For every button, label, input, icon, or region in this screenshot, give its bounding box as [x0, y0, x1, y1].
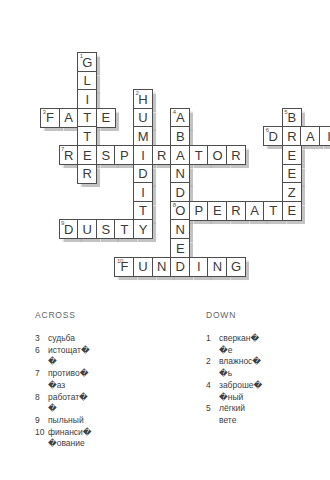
cell-clue-number: 10	[117, 258, 123, 265]
cell-letter: I	[320, 127, 330, 145]
cell-letter: E	[283, 202, 301, 220]
cell-clue-number: 5	[284, 109, 287, 116]
grid-cell-3-0[interactable]: 3F	[40, 108, 60, 128]
grid-cell-4-15[interactable]: I	[319, 126, 330, 146]
grid-cell-6-13[interactable]: E	[282, 164, 302, 184]
cell-clue-number: 6	[266, 127, 269, 134]
cell-letter: D	[134, 165, 152, 183]
grid-cell-10-7[interactable]: E	[170, 238, 190, 258]
grid-cell-8-12[interactable]: T	[263, 201, 283, 221]
cell-letter: N	[153, 258, 171, 276]
grid-cell-6-7[interactable]: N	[170, 164, 190, 184]
cell-clue-number: 9	[61, 220, 64, 227]
cell-letter: S	[97, 220, 115, 238]
grid-cell-9-2[interactable]: U	[77, 219, 97, 239]
cell-letter: E	[283, 165, 301, 183]
cell-letter: I	[190, 258, 208, 276]
clue-text: истощат��	[48, 345, 165, 368]
across-clues-section: ACROSS 3судьба6истощат��7противо��аз8раб…	[35, 310, 165, 450]
grid-cell-6-2[interactable]: R	[77, 164, 97, 184]
grid-cell-11-6[interactable]: N	[152, 257, 172, 277]
clue-text: лёгкийвете	[219, 403, 324, 426]
grid-cell-9-7[interactable]: N	[170, 219, 190, 239]
cell-clue-number: 7	[61, 146, 64, 153]
grid-cell-3-7[interactable]: 4A	[170, 108, 190, 128]
clue-number: 5	[206, 403, 219, 426]
cell-letter: O	[208, 146, 226, 164]
grid-cell-5-5[interactable]: I	[133, 145, 153, 165]
cell-letter: A	[171, 146, 189, 164]
cell-letter: B	[171, 127, 189, 145]
cell-letter: M	[134, 127, 152, 145]
grid-cell-4-5[interactable]: M	[133, 126, 153, 146]
cell-letter: T	[78, 127, 96, 145]
clue-text: противо��аз	[48, 368, 165, 391]
clue-text: судьба	[48, 333, 165, 345]
cell-letter: I	[78, 90, 96, 108]
grid-cell-11-8[interactable]: I	[189, 257, 209, 277]
grid-cell-8-5[interactable]: T	[133, 201, 153, 221]
grid-cell-11-5[interactable]: U	[133, 257, 153, 277]
grid-cell-4-13[interactable]: R	[282, 126, 302, 146]
grid-cell-4-7[interactable]: B	[170, 126, 190, 146]
grid-cell-8-8[interactable]: P	[189, 201, 209, 221]
cell-letter: N	[208, 258, 226, 276]
cell-letter: A	[60, 109, 78, 127]
grid-cell-11-10[interactable]: G	[226, 257, 246, 277]
clue-number: 9	[35, 415, 48, 427]
cell-letter: T	[134, 202, 152, 220]
clue-item: 10финанси��ование	[35, 427, 165, 450]
clue-text: финанси��ование	[48, 427, 165, 450]
cell-letter: E	[208, 202, 226, 220]
cell-letter: I	[134, 183, 152, 201]
cell-letter: U	[78, 220, 96, 238]
clue-item: 9пыльный	[35, 415, 165, 427]
grid-cell-0-2[interactable]: 1G	[77, 52, 97, 72]
crossword-page: 1GLI2H3FATEU4A5BTMB6DRAIN7RESPIRATORERDN…	[0, 0, 330, 480]
grid-cell-3-2[interactable]: T	[77, 108, 97, 128]
cell-letter: N	[171, 165, 189, 183]
clue-item: 7противо��аз	[35, 368, 165, 391]
grid-cell-2-2[interactable]: I	[77, 89, 97, 109]
cell-letter: E	[97, 109, 115, 127]
across-clue-list: 3судьба6истощат��7противо��аз8работат��9…	[35, 333, 165, 450]
across-heading: ACROSS	[35, 310, 165, 320]
cell-letter: R	[78, 165, 96, 183]
grid-cell-5-10[interactable]: R	[226, 145, 246, 165]
clue-item: 5лёгкийвете	[206, 403, 324, 426]
clue-text: сверкан��е	[219, 333, 324, 356]
grid-cell-5-4[interactable]: P	[114, 145, 134, 165]
cell-letter: R	[153, 146, 171, 164]
cell-letter: U	[134, 109, 152, 127]
cell-clue-number: 8	[173, 202, 176, 209]
cell-letter: D	[171, 258, 189, 276]
grid-cell-5-3[interactable]: S	[96, 145, 116, 165]
cell-letter: D	[171, 183, 189, 201]
cell-letter: R	[227, 146, 245, 164]
cell-clue-number: 2	[136, 90, 139, 97]
grid-cell-7-13[interactable]: Z	[282, 182, 302, 202]
cell-letter: R	[227, 202, 245, 220]
clue-item: 3судьба	[35, 333, 165, 345]
cell-letter: Z	[283, 183, 301, 201]
grid-cell-9-3[interactable]: S	[96, 219, 116, 239]
clue-text: заброше��ный	[219, 380, 324, 403]
grid-cell-5-6[interactable]: R	[152, 145, 172, 165]
grid-cell-5-8[interactable]: T	[189, 145, 209, 165]
grid-cell-8-9[interactable]: E	[207, 201, 227, 221]
grid-cell-2-5[interactable]: 2H	[133, 89, 153, 109]
clue-number: 1	[206, 333, 219, 356]
grid-cell-4-12[interactable]: 6D	[263, 126, 283, 146]
grid-cell-7-7[interactable]: D	[170, 182, 190, 202]
cell-letter: G	[227, 258, 245, 276]
grid-cell-11-4[interactable]: 10F	[114, 257, 134, 277]
clue-number: 6	[35, 345, 48, 368]
clue-text: пыльный	[48, 415, 165, 427]
clue-number: 8	[35, 392, 48, 415]
cell-clue-number: 4	[173, 109, 176, 116]
cell-letter: E	[78, 146, 96, 164]
clue-item: 2влажнос��ь	[206, 356, 324, 379]
cell-letter: R	[283, 127, 301, 145]
clue-number: 4	[206, 380, 219, 403]
clue-number: 2	[206, 356, 219, 379]
down-heading: DOWN	[206, 310, 324, 320]
grid-cell-3-3[interactable]: E	[96, 108, 116, 128]
grid-cell-8-11[interactable]: A	[245, 201, 265, 221]
clue-number: 3	[35, 333, 48, 345]
cell-clue-number: 1	[80, 53, 83, 60]
grid-cell-3-5[interactable]: U	[133, 108, 153, 128]
grid-cell-5-9[interactable]: O	[207, 145, 227, 165]
clue-text: работат��	[48, 392, 165, 415]
grid-cell-1-2[interactable]: L	[77, 71, 97, 91]
cell-letter: U	[134, 258, 152, 276]
grid-cell-5-2[interactable]: E	[77, 145, 97, 165]
clue-number: 7	[35, 368, 48, 391]
grid-cell-8-7[interactable]: 8O	[170, 201, 190, 221]
down-clues-section: DOWN 1сверкан��е2влажнос��ь4заброше��ный…	[206, 310, 324, 427]
cell-letter: S	[97, 146, 115, 164]
cell-letter: T	[78, 109, 96, 127]
cell-letter: N	[171, 220, 189, 238]
clue-text: влажнос��ь	[219, 356, 324, 379]
grid-cell-4-14[interactable]: A	[300, 126, 320, 146]
grid-cell-7-5[interactable]: I	[133, 182, 153, 202]
grid-cell-9-4[interactable]: T	[114, 219, 134, 239]
grid-cell-3-1[interactable]: A	[59, 108, 79, 128]
grid-cell-9-5[interactable]: Y	[133, 219, 153, 239]
clue-item: 8работат��	[35, 392, 165, 415]
grid-cell-11-9[interactable]: N	[207, 257, 227, 277]
grid-cell-6-5[interactable]: D	[133, 164, 153, 184]
clue-item: 4заброше��ный	[206, 380, 324, 403]
grid-cell-5-13[interactable]: E	[282, 145, 302, 165]
grid-cell-5-1[interactable]: 7R	[59, 145, 79, 165]
grid-cell-4-2[interactable]: T	[77, 126, 97, 146]
cell-letter: I	[134, 146, 152, 164]
cell-letter: A	[301, 127, 319, 145]
cell-letter: A	[246, 202, 264, 220]
cell-letter: L	[78, 72, 96, 90]
cell-letter: T	[115, 220, 133, 238]
grid-cell-8-10[interactable]: R	[226, 201, 246, 221]
down-clue-list: 1сверкан��е2влажнос��ь4заброше��ный5лёгк…	[206, 333, 324, 427]
clue-item: 6истощат��	[35, 345, 165, 368]
cell-letter: P	[190, 202, 208, 220]
grid-cell-5-7[interactable]: A	[170, 145, 190, 165]
grid-cell-8-13[interactable]: E	[282, 201, 302, 221]
cell-letter: T	[190, 146, 208, 164]
cell-letter: P	[115, 146, 133, 164]
cell-letter: E	[171, 239, 189, 257]
cell-clue-number: 3	[43, 109, 46, 116]
clue-number: 10	[35, 427, 48, 450]
cell-letter: Y	[134, 220, 152, 238]
clue-item: 1сверкан��е	[206, 333, 324, 356]
grid-cell-11-7[interactable]: D	[170, 257, 190, 277]
grid-cell-9-1[interactable]: 9D	[59, 219, 79, 239]
cell-letter: T	[264, 202, 282, 220]
grid-cell-3-13[interactable]: 5B	[282, 108, 302, 128]
cell-letter: E	[283, 146, 301, 164]
